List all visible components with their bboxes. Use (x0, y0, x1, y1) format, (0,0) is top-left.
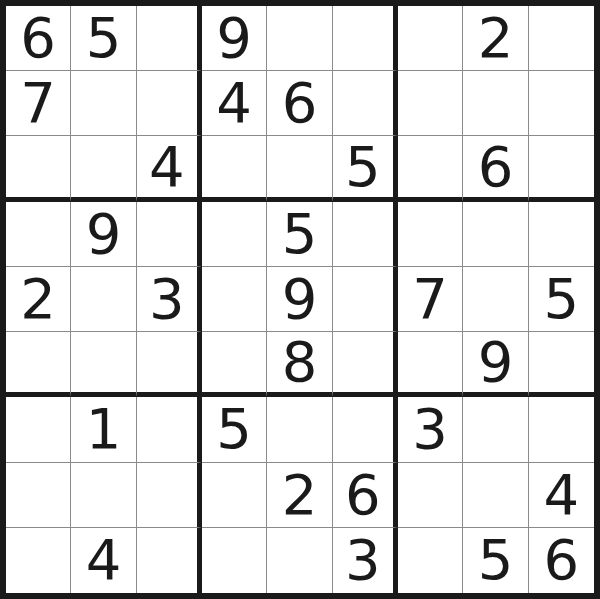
sudoku-board: 65927464569523975891532644356 (0, 0, 600, 599)
cell-r8c5[interactable]: 2 (267, 463, 332, 528)
cell-r9c1[interactable] (6, 528, 71, 593)
cell-r8c1[interactable] (6, 463, 71, 528)
cell-r5c3[interactable]: 3 (137, 267, 202, 332)
cell-r5c5[interactable]: 9 (267, 267, 332, 332)
cell-r3c7[interactable] (398, 136, 463, 201)
cell-r2c1[interactable]: 7 (6, 71, 71, 136)
cell-r2c3[interactable] (137, 71, 202, 136)
cell-r1c6[interactable] (333, 6, 398, 71)
cell-r4c4[interactable] (202, 202, 267, 267)
cell-r5c1[interactable]: 2 (6, 267, 71, 332)
cell-r1c5[interactable] (267, 6, 332, 71)
cell-r6c2[interactable] (71, 332, 136, 397)
cell-r4c2[interactable]: 9 (71, 202, 136, 267)
cell-r6c6[interactable] (333, 332, 398, 397)
cell-r1c8[interactable]: 2 (463, 6, 528, 71)
cell-r7c6[interactable] (333, 397, 398, 462)
cell-r3c5[interactable] (267, 136, 332, 201)
cell-r8c7[interactable] (398, 463, 463, 528)
cell-r9c3[interactable] (137, 528, 202, 593)
cell-r9c2[interactable]: 4 (71, 528, 136, 593)
cell-r4c7[interactable] (398, 202, 463, 267)
cell-r6c7[interactable] (398, 332, 463, 397)
cell-r8c2[interactable] (71, 463, 136, 528)
cell-r1c1[interactable]: 6 (6, 6, 71, 71)
cell-r8c6[interactable]: 6 (333, 463, 398, 528)
cell-r7c5[interactable] (267, 397, 332, 462)
cell-r6c5[interactable]: 8 (267, 332, 332, 397)
cell-r5c4[interactable] (202, 267, 267, 332)
cell-r1c9[interactable] (529, 6, 594, 71)
cell-r9c5[interactable] (267, 528, 332, 593)
cell-r4c5[interactable]: 5 (267, 202, 332, 267)
cell-r7c4[interactable]: 5 (202, 397, 267, 462)
cell-r3c9[interactable] (529, 136, 594, 201)
cell-r5c7[interactable]: 7 (398, 267, 463, 332)
cell-r5c2[interactable] (71, 267, 136, 332)
cell-r6c1[interactable] (6, 332, 71, 397)
cell-r2c4[interactable]: 4 (202, 71, 267, 136)
cell-r9c7[interactable] (398, 528, 463, 593)
cell-r4c9[interactable] (529, 202, 594, 267)
cell-r7c3[interactable] (137, 397, 202, 462)
cell-r6c8[interactable]: 9 (463, 332, 528, 397)
cell-r7c9[interactable] (529, 397, 594, 462)
cell-r7c2[interactable]: 1 (71, 397, 136, 462)
cell-r7c8[interactable] (463, 397, 528, 462)
cell-r9c6[interactable]: 3 (333, 528, 398, 593)
cell-r9c4[interactable] (202, 528, 267, 593)
cell-r4c6[interactable] (333, 202, 398, 267)
cell-r3c6[interactable]: 5 (333, 136, 398, 201)
cell-r5c6[interactable] (333, 267, 398, 332)
cell-r1c2[interactable]: 5 (71, 6, 136, 71)
cell-r6c3[interactable] (137, 332, 202, 397)
cell-r8c8[interactable] (463, 463, 528, 528)
cell-r2c6[interactable] (333, 71, 398, 136)
cell-r5c8[interactable] (463, 267, 528, 332)
cell-r3c4[interactable] (202, 136, 267, 201)
cell-r5c9[interactable]: 5 (529, 267, 594, 332)
cell-r4c3[interactable] (137, 202, 202, 267)
cell-r2c8[interactable] (463, 71, 528, 136)
cell-r4c8[interactable] (463, 202, 528, 267)
cell-r4c1[interactable] (6, 202, 71, 267)
cell-r3c1[interactable] (6, 136, 71, 201)
cell-r1c3[interactable] (137, 6, 202, 71)
cell-r2c5[interactable]: 6 (267, 71, 332, 136)
cell-r6c4[interactable] (202, 332, 267, 397)
cell-r9c9[interactable]: 6 (529, 528, 594, 593)
cell-r3c8[interactable]: 6 (463, 136, 528, 201)
cell-r2c2[interactable] (71, 71, 136, 136)
cell-r1c4[interactable]: 9 (202, 6, 267, 71)
cell-r1c7[interactable] (398, 6, 463, 71)
cell-r8c9[interactable]: 4 (529, 463, 594, 528)
cell-r7c1[interactable] (6, 397, 71, 462)
cell-r8c3[interactable] (137, 463, 202, 528)
cell-r2c9[interactable] (529, 71, 594, 136)
cell-r8c4[interactable] (202, 463, 267, 528)
cell-r7c7[interactable]: 3 (398, 397, 463, 462)
cell-r9c8[interactable]: 5 (463, 528, 528, 593)
cell-r2c7[interactable] (398, 71, 463, 136)
cell-r3c2[interactable] (71, 136, 136, 201)
cell-r6c9[interactable] (529, 332, 594, 397)
cell-r3c3[interactable]: 4 (137, 136, 202, 201)
